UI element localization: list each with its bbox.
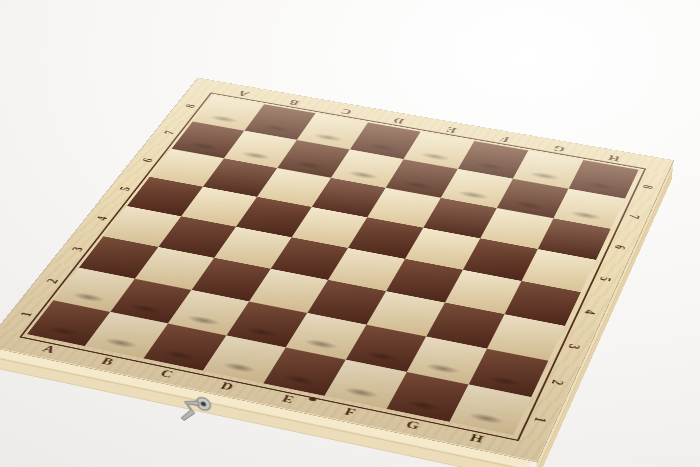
file-letter: G xyxy=(404,418,421,430)
rank-number: 2 xyxy=(547,378,564,385)
piece-glyph: ♜ xyxy=(468,346,514,409)
piece-glyph: ♟ xyxy=(244,104,277,149)
rank-number: 1 xyxy=(530,415,547,423)
piece-glyph: ♝ xyxy=(159,274,212,346)
chess-board: ABCDEFGH8♜♞♝◆♚●♛♝♞♜87♟♟♟♟♟♟♟♟7665544332♟… xyxy=(0,78,673,461)
piece-glyph: ♟ xyxy=(516,151,550,197)
piece-shadow xyxy=(274,370,326,389)
file-letter: B xyxy=(99,355,115,366)
piece-shadow xyxy=(181,138,226,152)
rank-number: 1 xyxy=(18,310,34,317)
file-letter: D xyxy=(219,380,236,391)
board-grid: ABCDEFGH8♜♞♝◆♚●♛♝♞♜87♟♟♟♟♟♟♟♟7665544332♟… xyxy=(0,78,673,461)
piece-shadow xyxy=(460,408,513,428)
file-letter: F xyxy=(343,406,358,417)
rank-number: 6 xyxy=(611,243,626,249)
rank-number: 5 xyxy=(117,185,132,191)
piece-glyph: ♟ xyxy=(192,94,225,139)
piece-shadow xyxy=(335,382,387,401)
piece-shadow xyxy=(154,345,205,363)
piece-shadow xyxy=(213,357,265,376)
rank-number: 5 xyxy=(596,275,612,281)
file-letter: E xyxy=(280,393,296,404)
piece-glyph: ♟ xyxy=(297,113,330,158)
piece-shadow xyxy=(233,148,279,163)
piece-glyph: ♟ xyxy=(351,122,384,168)
file-letter: C xyxy=(158,368,175,379)
piece-shadow xyxy=(38,321,89,339)
rank-number: 7 xyxy=(162,130,177,135)
rank-number: 6 xyxy=(140,157,155,163)
piece-shadow xyxy=(506,197,553,212)
scene: ABCDEFGH8♜♞♝◆♚●♛♝♞♜87♟♟♟♟♟♟♟♟7665544332♟… xyxy=(0,0,700,467)
piece-shadow xyxy=(397,395,450,415)
piece-shadow xyxy=(340,167,386,182)
piece-glyph: ♜ xyxy=(47,263,91,323)
piece-glyph: ♟ xyxy=(573,161,607,208)
file-letter: A xyxy=(40,343,57,354)
clasp-hook-icon xyxy=(170,386,222,433)
piece-glyph: ♚ xyxy=(211,267,278,359)
rank-number: 8 xyxy=(639,183,654,189)
rank-number: 3 xyxy=(564,342,580,349)
photo-stage: ABCDEFGH8♜♞♝◆♚●♛♝♞♜87♟♟♟♟♟♟♟♟7665544332♟… xyxy=(0,0,700,467)
piece-glyph: ♛ xyxy=(274,286,336,371)
piece-glyph: ♞ xyxy=(403,328,452,396)
rank-label-left-4: 4 xyxy=(76,200,127,235)
piece-glyph: ♟ xyxy=(460,142,494,188)
piece-shadow xyxy=(95,333,146,351)
piece-glyph: ♟ xyxy=(405,132,438,178)
piece-glyph: ♝ xyxy=(339,310,393,384)
rank-number: 4 xyxy=(94,215,109,221)
rank-number: 4 xyxy=(580,308,596,315)
piece-shadow xyxy=(286,157,332,172)
piece-glyph: ♞ xyxy=(103,269,151,334)
rank-number: 7 xyxy=(625,213,640,219)
file-letter: H xyxy=(468,432,485,444)
